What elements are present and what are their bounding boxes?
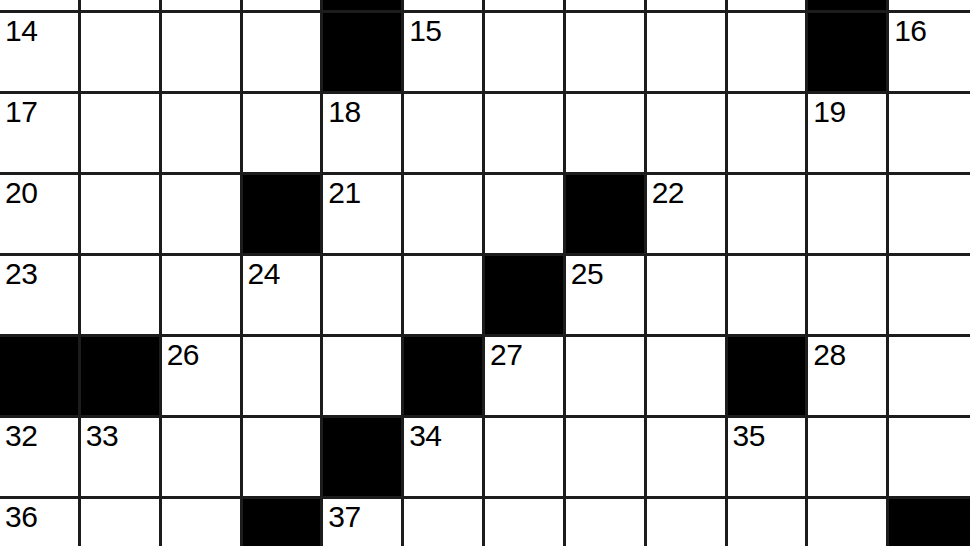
- grid-cell[interactable]: [162, 256, 243, 337]
- grid-cell[interactable]: 19: [808, 94, 889, 175]
- grid-cell[interactable]: 17: [0, 94, 81, 175]
- grid-cell[interactable]: 18: [323, 94, 404, 175]
- black-cell: [728, 337, 809, 418]
- clue-number: 37: [328, 502, 360, 532]
- grid-cell[interactable]: [162, 0, 243, 13]
- black-cell: [243, 175, 324, 256]
- grid-cell[interactable]: [889, 418, 970, 499]
- grid-cell[interactable]: 27: [485, 337, 566, 418]
- grid-cell[interactable]: 24: [243, 256, 324, 337]
- grid-cell[interactable]: [243, 337, 324, 418]
- grid-cell[interactable]: 20: [0, 175, 81, 256]
- grid-cell[interactable]: [808, 175, 889, 256]
- grid-cell[interactable]: 35: [728, 418, 809, 499]
- grid-cell[interactable]: [647, 94, 728, 175]
- grid-cell[interactable]: [162, 94, 243, 175]
- clue-number: 32: [5, 421, 37, 451]
- grid-cell[interactable]: 36: [0, 499, 81, 546]
- clue-number: 27: [490, 340, 522, 370]
- grid-cell[interactable]: [162, 175, 243, 256]
- grid-cell[interactable]: [162, 499, 243, 546]
- black-cell: [889, 499, 970, 546]
- grid-cell[interactable]: [81, 175, 162, 256]
- grid-cell[interactable]: [404, 256, 485, 337]
- grid-cell[interactable]: [404, 0, 485, 13]
- clue-number: 25: [571, 259, 603, 289]
- grid-cell[interactable]: [404, 175, 485, 256]
- grid-cell[interactable]: [81, 0, 162, 13]
- crossword-screenshot: 1415161718192021222324252627283233343536…: [0, 0, 970, 546]
- grid-cell[interactable]: [485, 418, 566, 499]
- black-cell: [808, 13, 889, 94]
- grid-cell[interactable]: [485, 13, 566, 94]
- grid-cell[interactable]: [647, 337, 728, 418]
- crossword-grid: 1415161718192021222324252627283233343536…: [0, 0, 970, 546]
- grid-cell[interactable]: [0, 0, 81, 13]
- black-cell: [323, 13, 404, 94]
- grid-cell[interactable]: 28: [808, 337, 889, 418]
- grid-cell[interactable]: [566, 94, 647, 175]
- grid-cell[interactable]: 15: [404, 13, 485, 94]
- black-cell: [243, 499, 324, 546]
- grid-cell[interactable]: [81, 13, 162, 94]
- grid-cell[interactable]: [81, 256, 162, 337]
- grid-cell[interactable]: [647, 418, 728, 499]
- grid-cell[interactable]: [889, 0, 970, 13]
- grid-cell[interactable]: [81, 499, 162, 546]
- grid-cell[interactable]: [808, 418, 889, 499]
- grid-cell[interactable]: [243, 0, 324, 13]
- clue-number: 28: [813, 340, 845, 370]
- grid-cell[interactable]: [889, 256, 970, 337]
- clue-number: 20: [5, 178, 37, 208]
- grid-cell[interactable]: [485, 499, 566, 546]
- black-cell: [81, 337, 162, 418]
- black-cell: [485, 256, 566, 337]
- grid-cell[interactable]: 33: [81, 418, 162, 499]
- grid-cell[interactable]: 21: [323, 175, 404, 256]
- grid-cell[interactable]: [485, 175, 566, 256]
- grid-cell[interactable]: [728, 499, 809, 546]
- clue-number: 22: [652, 178, 684, 208]
- grid-cell[interactable]: [323, 256, 404, 337]
- clue-number: 24: [248, 259, 280, 289]
- clue-number: 16: [894, 16, 926, 46]
- grid-cell[interactable]: 32: [0, 418, 81, 499]
- clue-number: 19: [813, 97, 845, 127]
- black-cell: [0, 337, 81, 418]
- clue-number: 21: [328, 178, 360, 208]
- grid-cell[interactable]: [81, 94, 162, 175]
- clue-number: 26: [167, 340, 199, 370]
- grid-cell[interactable]: [647, 499, 728, 546]
- grid-cell[interactable]: [243, 13, 324, 94]
- grid-cell[interactable]: [647, 256, 728, 337]
- grid-cell[interactable]: [404, 499, 485, 546]
- clue-number: 15: [409, 16, 441, 46]
- grid-cell[interactable]: [808, 499, 889, 546]
- grid-cell[interactable]: 14: [0, 13, 81, 94]
- grid-cell[interactable]: 26: [162, 337, 243, 418]
- grid-cell[interactable]: [566, 337, 647, 418]
- clue-number: 35: [733, 421, 765, 451]
- grid-cell[interactable]: 25: [566, 256, 647, 337]
- grid-cell[interactable]: [162, 13, 243, 94]
- grid-cell[interactable]: [889, 94, 970, 175]
- grid-cell[interactable]: [808, 256, 889, 337]
- grid-cell[interactable]: 22: [647, 175, 728, 256]
- grid-cell[interactable]: [728, 94, 809, 175]
- black-cell: [808, 0, 889, 13]
- grid-cell[interactable]: [243, 94, 324, 175]
- grid-cell[interactable]: [485, 94, 566, 175]
- grid-cell[interactable]: [566, 499, 647, 546]
- grid-cell[interactable]: [728, 13, 809, 94]
- black-cell: [566, 175, 647, 256]
- grid-cell[interactable]: [243, 418, 324, 499]
- black-cell: [323, 418, 404, 499]
- clue-number: 17: [5, 97, 37, 127]
- grid-cell[interactable]: [728, 0, 809, 13]
- clue-number: 18: [328, 97, 360, 127]
- black-cell: [404, 337, 485, 418]
- grid-cell[interactable]: [728, 175, 809, 256]
- grid-cell[interactable]: 34: [404, 418, 485, 499]
- grid-cell[interactable]: 37: [323, 499, 404, 546]
- clue-number: 34: [409, 421, 441, 451]
- grid-cell[interactable]: [162, 418, 243, 499]
- grid-cell[interactable]: [728, 256, 809, 337]
- clue-number: 23: [5, 259, 37, 289]
- grid-cell[interactable]: [647, 0, 728, 13]
- clue-number: 33: [86, 421, 118, 451]
- grid-cell[interactable]: [889, 175, 970, 256]
- grid-cell[interactable]: [889, 337, 970, 418]
- grid-cell[interactable]: 16: [889, 13, 970, 94]
- black-cell: [323, 0, 404, 13]
- grid-cell[interactable]: [404, 94, 485, 175]
- clue-number: 14: [5, 16, 37, 46]
- grid-cell[interactable]: [566, 13, 647, 94]
- grid-cell[interactable]: [323, 337, 404, 418]
- clue-number: 36: [5, 502, 37, 532]
- grid-cell[interactable]: [485, 0, 566, 13]
- grid-cell[interactable]: 23: [0, 256, 81, 337]
- grid-cell[interactable]: [566, 0, 647, 13]
- grid-cell[interactable]: [566, 418, 647, 499]
- grid-cell[interactable]: [647, 13, 728, 94]
